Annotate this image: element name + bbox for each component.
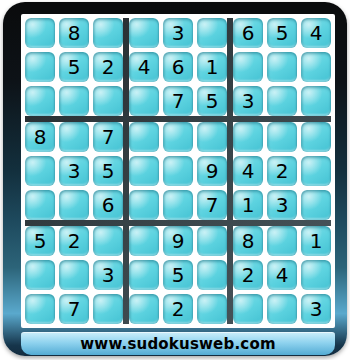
cell-r7c6[interactable] [197,226,227,256]
boxes-grid: 852346175654387356974213523795281243 [25,18,331,324]
cell-r4c1[interactable]: 8 [25,122,55,152]
cell-r6c8[interactable]: 3 [267,190,297,220]
cell-r9c8[interactable] [267,294,297,324]
cell-r5c5[interactable] [163,156,193,186]
cell-r7c7[interactable]: 8 [233,226,263,256]
box-2-2: 97 [129,122,227,220]
cell-r8c9[interactable] [301,260,331,290]
cell-r7c9[interactable]: 1 [301,226,331,256]
cell-r4c2[interactable] [59,122,89,152]
cell-r5c2[interactable]: 3 [59,156,89,186]
cell-r5c1[interactable] [25,156,55,186]
cell-r8c6[interactable] [197,260,227,290]
cell-r8c5[interactable]: 5 [163,260,193,290]
website-link[interactable]: www.sudokusweb.com [80,335,275,353]
cell-r6c4[interactable] [129,190,159,220]
cell-r1c8[interactable]: 5 [267,18,297,48]
box-2-3: 4213 [233,122,331,220]
cell-r9c1[interactable] [25,294,55,324]
cell-r1c1[interactable] [25,18,55,48]
cell-r8c8[interactable]: 4 [267,260,297,290]
cell-r6c1[interactable] [25,190,55,220]
cell-r4c5[interactable] [163,122,193,152]
cell-r3c4[interactable] [129,86,159,116]
cell-r1c6[interactable] [197,18,227,48]
cell-r1c7[interactable]: 6 [233,18,263,48]
box-2-1: 87356 [25,122,123,220]
cell-r2c2[interactable]: 5 [59,52,89,82]
cell-r3c5[interactable]: 7 [163,86,193,116]
cell-r8c7[interactable]: 2 [233,260,263,290]
cell-r1c4[interactable] [129,18,159,48]
cell-r1c9[interactable]: 4 [301,18,331,48]
cell-r2c9[interactable] [301,52,331,82]
board-frame: 852346175654387356974213523795281243 www… [3,2,347,356]
cell-r4c6[interactable] [197,122,227,152]
cell-r2c7[interactable] [233,52,263,82]
cell-r8c2[interactable] [59,260,89,290]
cell-r6c5[interactable] [163,190,193,220]
cell-r4c9[interactable] [301,122,331,152]
cell-r6c9[interactable] [301,190,331,220]
cell-r4c8[interactable] [267,122,297,152]
cell-r9c5[interactable]: 2 [163,294,193,324]
cell-r5c7[interactable]: 4 [233,156,263,186]
cell-r6c3[interactable]: 6 [93,190,123,220]
cell-r2c5[interactable]: 6 [163,52,193,82]
cell-r3c8[interactable] [267,86,297,116]
cell-r4c3[interactable]: 7 [93,122,123,152]
cell-r2c8[interactable] [267,52,297,82]
box-3-3: 81243 [233,226,331,324]
cell-r3c3[interactable] [93,86,123,116]
box-3-2: 952 [129,226,227,324]
cell-r5c9[interactable] [301,156,331,186]
cell-r3c9[interactable] [301,86,331,116]
cell-r9c7[interactable] [233,294,263,324]
sudoku-board: 852346175654387356974213523795281243 [21,14,335,328]
cell-r6c6[interactable]: 7 [197,190,227,220]
cell-r5c8[interactable]: 2 [267,156,297,186]
cell-r3c6[interactable]: 5 [197,86,227,116]
cell-r3c7[interactable]: 3 [233,86,263,116]
cell-r3c2[interactable] [59,86,89,116]
cell-r6c2[interactable] [59,190,89,220]
cell-r7c5[interactable]: 9 [163,226,193,256]
footer-bar: www.sudokusweb.com [21,332,335,355]
box-1-2: 346175 [129,18,227,116]
cell-r5c6[interactable]: 9 [197,156,227,186]
cell-r7c2[interactable]: 2 [59,226,89,256]
cell-r1c3[interactable] [93,18,123,48]
cell-r2c3[interactable]: 2 [93,52,123,82]
box-3-1: 5237 [25,226,123,324]
cell-r9c9[interactable]: 3 [301,294,331,324]
cell-r5c3[interactable]: 5 [93,156,123,186]
cell-r3c1[interactable] [25,86,55,116]
cell-r2c6[interactable]: 1 [197,52,227,82]
cell-r8c3[interactable]: 3 [93,260,123,290]
cell-r8c1[interactable] [25,260,55,290]
cell-r4c7[interactable] [233,122,263,152]
box-1-1: 852 [25,18,123,116]
cell-r9c6[interactable] [197,294,227,324]
cell-r7c3[interactable] [93,226,123,256]
cell-r7c4[interactable] [129,226,159,256]
cell-r9c3[interactable] [93,294,123,324]
cell-r7c1[interactable]: 5 [25,226,55,256]
cell-r8c4[interactable] [129,260,159,290]
cell-r4c4[interactable] [129,122,159,152]
cell-r6c7[interactable]: 1 [233,190,263,220]
cell-r5c4[interactable] [129,156,159,186]
cell-r7c8[interactable] [267,226,297,256]
cell-r2c4[interactable]: 4 [129,52,159,82]
cell-r1c2[interactable]: 8 [59,18,89,48]
cell-r9c2[interactable]: 7 [59,294,89,324]
box-1-3: 6543 [233,18,331,116]
cell-r9c4[interactable] [129,294,159,324]
cell-r1c5[interactable]: 3 [163,18,193,48]
cell-r2c1[interactable] [25,52,55,82]
